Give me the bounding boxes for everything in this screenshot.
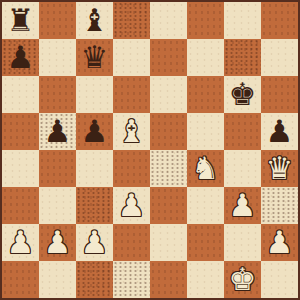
white-knight-f4[interactable]: ♞ xyxy=(192,150,220,187)
square-a6[interactable] xyxy=(2,76,39,113)
square-a7[interactable]: ♟ xyxy=(2,39,39,76)
square-e8[interactable] xyxy=(150,2,187,39)
square-d8[interactable] xyxy=(113,2,150,39)
square-e5[interactable] xyxy=(150,113,187,150)
square-a2[interactable]: ♟ xyxy=(2,224,39,261)
square-e4[interactable] xyxy=(150,150,187,187)
white-pawn-h2[interactable]: ♟ xyxy=(266,224,294,261)
square-h8[interactable] xyxy=(261,2,298,39)
square-g2[interactable] xyxy=(224,224,261,261)
square-b3[interactable] xyxy=(39,187,76,224)
white-bishop-d5[interactable]: ♝ xyxy=(118,113,146,150)
square-a3[interactable] xyxy=(2,187,39,224)
black-pawn-a7[interactable]: ♟ xyxy=(7,39,35,76)
square-d7[interactable] xyxy=(113,39,150,76)
square-f8[interactable] xyxy=(187,2,224,39)
square-f4[interactable]: ♞ xyxy=(187,150,224,187)
square-f3[interactable] xyxy=(187,187,224,224)
square-b5[interactable]: ♟ xyxy=(39,113,76,150)
square-a5[interactable] xyxy=(2,113,39,150)
black-pawn-c5[interactable]: ♟ xyxy=(81,113,109,150)
chess-board: ♜♝♟♛♚♟♟♝♟♞♛♟♟♟♟♟♟♚ xyxy=(2,2,298,298)
white-pawn-g3[interactable]: ♟ xyxy=(229,187,257,224)
square-f5[interactable] xyxy=(187,113,224,150)
square-e2[interactable] xyxy=(150,224,187,261)
square-d4[interactable] xyxy=(113,150,150,187)
square-c4[interactable] xyxy=(76,150,113,187)
square-c2[interactable]: ♟ xyxy=(76,224,113,261)
square-c3[interactable] xyxy=(76,187,113,224)
square-b7[interactable] xyxy=(39,39,76,76)
square-c8[interactable]: ♝ xyxy=(76,2,113,39)
square-d5[interactable]: ♝ xyxy=(113,113,150,150)
square-b6[interactable] xyxy=(39,76,76,113)
square-a4[interactable] xyxy=(2,150,39,187)
white-pawn-c2[interactable]: ♟ xyxy=(81,224,109,261)
square-h4[interactable]: ♛ xyxy=(261,150,298,187)
black-bishop-c8[interactable]: ♝ xyxy=(81,2,109,39)
black-queen-c7[interactable]: ♛ xyxy=(81,39,109,76)
square-f6[interactable] xyxy=(187,76,224,113)
white-queen-h4[interactable]: ♛ xyxy=(266,150,294,187)
square-f1[interactable] xyxy=(187,261,224,298)
square-g7[interactable] xyxy=(224,39,261,76)
square-h7[interactable] xyxy=(261,39,298,76)
black-pawn-h5[interactable]: ♟ xyxy=(266,113,294,150)
black-pawn-b5[interactable]: ♟ xyxy=(44,113,72,150)
square-c6[interactable] xyxy=(76,76,113,113)
square-e6[interactable] xyxy=(150,76,187,113)
square-g4[interactable] xyxy=(224,150,261,187)
square-a1[interactable] xyxy=(2,261,39,298)
white-pawn-d3[interactable]: ♟ xyxy=(118,187,146,224)
square-c1[interactable] xyxy=(76,261,113,298)
white-pawn-b2[interactable]: ♟ xyxy=(44,224,72,261)
square-b2[interactable]: ♟ xyxy=(39,224,76,261)
black-king-g6[interactable]: ♚ xyxy=(229,76,257,113)
square-h5[interactable]: ♟ xyxy=(261,113,298,150)
square-d6[interactable] xyxy=(113,76,150,113)
square-e1[interactable] xyxy=(150,261,187,298)
square-d3[interactable]: ♟ xyxy=(113,187,150,224)
square-h1[interactable] xyxy=(261,261,298,298)
square-h2[interactable]: ♟ xyxy=(261,224,298,261)
square-f7[interactable] xyxy=(187,39,224,76)
white-pawn-a2[interactable]: ♟ xyxy=(7,224,35,261)
square-g3[interactable]: ♟ xyxy=(224,187,261,224)
square-b1[interactable] xyxy=(39,261,76,298)
square-h3[interactable] xyxy=(261,187,298,224)
square-e7[interactable] xyxy=(150,39,187,76)
square-e3[interactable] xyxy=(150,187,187,224)
black-rook-a8[interactable]: ♜ xyxy=(7,2,35,39)
square-h6[interactable] xyxy=(261,76,298,113)
square-f2[interactable] xyxy=(187,224,224,261)
square-g1[interactable]: ♚ xyxy=(224,261,261,298)
square-g5[interactable] xyxy=(224,113,261,150)
square-d2[interactable] xyxy=(113,224,150,261)
square-a8[interactable]: ♜ xyxy=(2,2,39,39)
square-c7[interactable]: ♛ xyxy=(76,39,113,76)
white-king-g1[interactable]: ♚ xyxy=(229,261,257,298)
board-frame: ♜♝♟♛♚♟♟♝♟♞♛♟♟♟♟♟♟♚ xyxy=(0,0,300,300)
square-b8[interactable] xyxy=(39,2,76,39)
square-d1[interactable] xyxy=(113,261,150,298)
square-g6[interactable]: ♚ xyxy=(224,76,261,113)
square-b4[interactable] xyxy=(39,150,76,187)
square-g8[interactable] xyxy=(224,2,261,39)
square-c5[interactable]: ♟ xyxy=(76,113,113,150)
